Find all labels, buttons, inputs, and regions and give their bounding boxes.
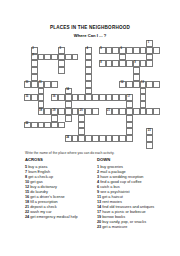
grid-cell[interactable] xyxy=(85,81,92,88)
grid-cell[interactable] xyxy=(78,115,85,122)
grid-cell[interactable] xyxy=(38,101,45,108)
grid-cell[interactable]: 3 xyxy=(58,47,65,54)
clue-item-number: 22 xyxy=(25,210,29,214)
clue-item-text: get a haircut xyxy=(102,195,123,199)
grid-cell[interactable] xyxy=(133,108,140,115)
grid-cell[interactable] xyxy=(133,47,140,54)
grid-cell[interactable] xyxy=(51,122,58,129)
clue-item-number: 7 xyxy=(25,170,27,174)
clue-item-text: rent movies xyxy=(102,200,122,204)
grid-cell[interactable] xyxy=(119,108,126,115)
clue-number: 6 xyxy=(121,47,122,50)
grid-cell[interactable]: 19 xyxy=(51,108,58,115)
clue-item: 24get emergency medical help xyxy=(25,215,95,220)
clue-item-text: mail a package xyxy=(100,170,126,174)
clue-number: 3 xyxy=(59,47,60,50)
clue-item-text: get emergency medical help xyxy=(30,215,78,219)
grid-cell[interactable]: 9 xyxy=(133,60,140,67)
grid-cell[interactable] xyxy=(72,54,79,61)
clue-item-number: 14 xyxy=(97,205,101,209)
across-clues-section: ACROSS 5buy a pizza7learn English8get a … xyxy=(25,157,95,220)
clue-item-number: 16 xyxy=(25,195,29,199)
grid-cell[interactable] xyxy=(126,122,133,129)
grid-cell[interactable] xyxy=(65,94,72,101)
grid-cell[interactable] xyxy=(72,135,79,142)
clue-item-text: fill a prescription xyxy=(30,200,57,204)
clue-number: 5 xyxy=(100,47,101,50)
grid-cell[interactable] xyxy=(133,81,140,88)
clue-item-text: buy candy, pop, or snacks xyxy=(102,220,146,224)
grid-cell[interactable]: 16 xyxy=(51,94,58,101)
clue-item-text: learn English xyxy=(28,170,50,174)
grid-cell[interactable] xyxy=(65,54,72,61)
clue-item-number: 8 xyxy=(25,175,27,179)
clue-number: 8 xyxy=(100,61,101,64)
grid-cell[interactable] xyxy=(119,135,126,142)
clue-item-text: get gas xyxy=(30,180,42,184)
grid-cell[interactable] xyxy=(153,108,160,115)
grid-cell[interactable] xyxy=(119,54,126,61)
grid-cell[interactable]: 21 xyxy=(106,108,113,115)
grid-cell[interactable] xyxy=(92,135,99,142)
grid-cell[interactable] xyxy=(85,135,92,142)
grid-cell[interactable]: 15 xyxy=(24,94,31,101)
down-clues-section: DOWN 1buy groceries2mail a package3have … xyxy=(97,157,161,230)
clue-number: 14 xyxy=(66,88,69,91)
grid-cell[interactable] xyxy=(65,115,72,122)
grid-cell[interactable] xyxy=(31,60,38,67)
clue-item-text: wash my car xyxy=(30,210,51,214)
grid-cell[interactable] xyxy=(146,81,153,88)
crossword-grid: 123456789101112131415161718192021222324 xyxy=(24,40,160,149)
grid-cell[interactable] xyxy=(58,67,65,74)
grid-cell[interactable] xyxy=(72,94,79,101)
grid-cell[interactable]: 17 xyxy=(126,94,133,101)
grid-cell[interactable] xyxy=(106,135,113,142)
grid-cell[interactable] xyxy=(99,135,106,142)
clue-number: 10 xyxy=(25,81,28,84)
grid-cell[interactable] xyxy=(72,108,79,115)
clue-item-number: 10 xyxy=(25,180,29,184)
clue-number: 24 xyxy=(66,136,69,139)
grid-cell[interactable] xyxy=(38,54,45,61)
grid-cell[interactable] xyxy=(85,88,92,95)
clue-item-number: 20 xyxy=(97,220,101,224)
grid-cell[interactable] xyxy=(146,47,153,54)
clue-number: 12 xyxy=(121,81,124,84)
grid-cell[interactable]: 24 xyxy=(65,135,72,142)
grid-cell[interactable] xyxy=(146,135,153,142)
clue-number: 7 xyxy=(32,54,33,57)
clue-item-text: do laundry xyxy=(30,190,48,194)
down-header: DOWN xyxy=(97,157,161,162)
clue-number: 21 xyxy=(107,109,110,112)
grid-cell[interactable]: 23 xyxy=(146,128,153,135)
grid-cell[interactable] xyxy=(92,108,99,115)
clue-item-number: 6 xyxy=(97,185,99,189)
clue-item-text: borrow books xyxy=(102,215,125,219)
grid-cell[interactable] xyxy=(99,94,106,101)
clue-item-text: buy a dictionary xyxy=(30,185,57,189)
grid-cell[interactable] xyxy=(126,81,133,88)
grid-cell[interactable]: 10 xyxy=(24,81,31,88)
grid-cell[interactable] xyxy=(31,94,38,101)
grid-cell[interactable] xyxy=(92,94,99,101)
grid-cell[interactable] xyxy=(126,135,133,142)
clue-item-number: 5 xyxy=(25,165,27,169)
clue-item-text: find a good cup of coffee xyxy=(100,180,142,184)
grid-cell[interactable]: 11 xyxy=(38,81,45,88)
clue-item-text: get a check-up xyxy=(28,175,53,179)
grid-cell[interactable] xyxy=(85,108,92,115)
grid-cell[interactable] xyxy=(58,60,65,67)
grid-cell[interactable] xyxy=(112,108,119,115)
page-title: PLACES IN THE NEIGHBORHOOD xyxy=(0,25,180,30)
clue-number: 22 xyxy=(25,122,28,125)
down-clue-list: 1buy groceries2mail a package3have a wed… xyxy=(97,165,161,230)
clue-item-text: buy a pizza xyxy=(28,165,47,169)
clue-item-text: get a driver's license xyxy=(30,195,65,199)
clue-item-number: 11 xyxy=(97,195,101,199)
grid-cell[interactable] xyxy=(65,101,72,108)
clue-number: 19 xyxy=(53,109,56,112)
clue-number: 11 xyxy=(39,81,42,84)
clue-item: 23get a manicure xyxy=(97,225,161,230)
clue-item-number: 3 xyxy=(97,175,99,179)
grid-cell[interactable] xyxy=(58,94,65,101)
grid-cell[interactable] xyxy=(126,47,133,54)
clue-item-number: 4 xyxy=(97,180,99,184)
grid-cell[interactable] xyxy=(153,47,160,54)
clue-item-number: 13 xyxy=(97,200,101,204)
grid-cell[interactable] xyxy=(85,67,92,74)
clue-item-number: 21 xyxy=(25,205,29,209)
clue-number: 13 xyxy=(141,81,144,84)
grid-cell[interactable] xyxy=(51,81,58,88)
grid-cell[interactable] xyxy=(85,74,92,81)
grid-cell[interactable] xyxy=(38,88,45,95)
grid-cell[interactable] xyxy=(140,94,147,101)
grid-cell[interactable] xyxy=(119,94,126,101)
grid-cell[interactable] xyxy=(133,74,140,81)
clue-number: 18 xyxy=(39,109,42,112)
grid-cell[interactable] xyxy=(106,94,113,101)
clue-number: 16 xyxy=(53,95,56,98)
grid-cell[interactable] xyxy=(140,108,147,115)
page-subtitle: Where Can I ... ? xyxy=(0,33,180,38)
grid-cell[interactable] xyxy=(85,54,92,61)
grid-cell[interactable]: 2 xyxy=(31,47,38,54)
grid-cell[interactable] xyxy=(44,122,51,129)
clue-item-text: have a wedding reception xyxy=(100,175,143,179)
clue-item-number: 19 xyxy=(97,215,101,219)
clue-item-number: 1 xyxy=(97,165,99,169)
grid-cell[interactable] xyxy=(146,142,153,149)
grid-cell[interactable] xyxy=(119,60,126,67)
grid-cell[interactable]: 6 xyxy=(119,47,126,54)
grid-cell[interactable] xyxy=(58,54,65,61)
grid-cell[interactable] xyxy=(112,47,119,54)
grid-cell[interactable]: 20 xyxy=(78,108,85,115)
grid-cell[interactable] xyxy=(44,108,51,115)
grid-cell[interactable]: 22 xyxy=(24,122,31,129)
grid-cell[interactable] xyxy=(146,108,153,115)
clue-number: 1 xyxy=(148,41,149,44)
grid-cell[interactable]: 18 xyxy=(38,108,45,115)
grid-cell[interactable] xyxy=(31,81,38,88)
grid-cell[interactable] xyxy=(78,94,85,101)
clue-item-number: 18 xyxy=(25,200,29,204)
grid-cell[interactable] xyxy=(140,88,147,95)
grid-cell[interactable] xyxy=(31,74,38,81)
grid-cell[interactable] xyxy=(51,115,58,122)
clue-item-text: catch a bus xyxy=(100,185,119,189)
grid-cell[interactable]: 8 xyxy=(99,60,106,67)
grid-cell[interactable] xyxy=(126,115,133,122)
clue-item-text: deposit a check xyxy=(30,205,56,209)
clue-number: 20 xyxy=(80,109,83,112)
grid-cell[interactable]: 4 xyxy=(85,47,92,54)
grid-cell[interactable] xyxy=(112,60,119,67)
grid-cell[interactable] xyxy=(126,128,133,135)
clue-item-number: 15 xyxy=(25,190,29,194)
grid-cell[interactable] xyxy=(140,60,147,67)
grid-cell[interactable] xyxy=(153,81,160,88)
grid-cell[interactable]: 12 xyxy=(119,81,126,88)
clue-item-number: 12 xyxy=(25,185,29,189)
grid-cell[interactable] xyxy=(58,108,65,115)
grid-cell[interactable] xyxy=(51,54,58,61)
grid-cell[interactable] xyxy=(58,122,65,129)
clue-item-text: buy groceries xyxy=(100,165,123,169)
grid-cell[interactable] xyxy=(140,101,147,108)
clue-item-text: have a picnic or barbecue xyxy=(102,210,145,214)
clue-item-text: get a manicure xyxy=(102,225,127,229)
grid-cell[interactable] xyxy=(78,128,85,135)
grid-cell[interactable]: 13 xyxy=(140,81,147,88)
grid-cell[interactable] xyxy=(38,122,45,129)
clue-number: 17 xyxy=(127,95,130,98)
across-clue-list: 5buy a pizza7learn English8get a check-u… xyxy=(25,165,95,220)
across-header: ACROSS xyxy=(25,157,95,162)
clue-number: 2 xyxy=(32,47,33,50)
clue-number: 9 xyxy=(134,61,135,64)
grid-cell[interactable] xyxy=(44,54,51,61)
clue-number: 15 xyxy=(25,95,28,98)
clue-item-number: 17 xyxy=(97,210,101,214)
clue-item-text: find old treasures and antiques xyxy=(102,205,154,209)
grid-cell[interactable] xyxy=(38,94,45,101)
grid-cell[interactable] xyxy=(106,47,113,54)
grid-cell[interactable] xyxy=(44,81,51,88)
grid-cell[interactable] xyxy=(112,94,119,101)
grid-cell[interactable] xyxy=(65,108,72,115)
grid-cell[interactable]: 7 xyxy=(31,54,38,61)
grid-cell[interactable]: 14 xyxy=(65,88,72,95)
clue-item-number: 9 xyxy=(97,190,99,194)
grid-cell[interactable] xyxy=(31,122,38,129)
clue-item-number: 2 xyxy=(97,170,99,174)
clue-item-text: see a psychiatrist xyxy=(100,190,129,194)
grid-cell[interactable]: 1 xyxy=(146,40,153,47)
clue-item-number: 23 xyxy=(97,225,101,229)
grid-cell[interactable] xyxy=(112,135,119,142)
grid-cell[interactable] xyxy=(146,54,153,61)
grid-cell[interactable] xyxy=(85,94,92,101)
grid-cell[interactable] xyxy=(126,60,133,67)
grid-cell[interactable] xyxy=(133,67,140,74)
grid-cell[interactable] xyxy=(146,60,153,67)
grid-cell[interactable] xyxy=(31,67,38,74)
grid-cell[interactable] xyxy=(126,101,133,108)
grid-cell[interactable]: 5 xyxy=(99,47,106,54)
grid-cell[interactable] xyxy=(78,122,85,129)
worksheet-page: PLACES IN THE NEIGHBORHOOD Where Can I .… xyxy=(0,0,180,256)
grid-cell[interactable] xyxy=(85,60,92,67)
grid-cell[interactable] xyxy=(78,135,85,142)
grid-cell[interactable] xyxy=(126,108,133,115)
instruction-text: Write the name of the place where you ca… xyxy=(25,151,114,155)
clue-item-number: 24 xyxy=(25,215,29,219)
clue-number: 23 xyxy=(148,129,151,132)
clue-number: 4 xyxy=(87,47,88,50)
grid-cell[interactable] xyxy=(106,60,113,67)
grid-cell[interactable] xyxy=(140,47,147,54)
